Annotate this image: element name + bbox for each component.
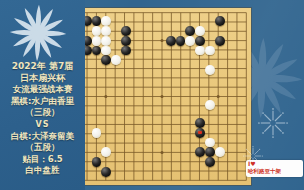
board-stones: [73, 8, 251, 185]
black-stone: [195, 128, 205, 138]
white-rank: （五段）: [0, 142, 85, 154]
komi: 贴目：6.5: [0, 154, 85, 166]
black-stone: [121, 26, 131, 36]
white-stone: [185, 36, 195, 46]
event-tournament: 日本扇兴杯: [0, 73, 85, 85]
uploader-watermark: I♥ 哈利路亚十架: [246, 160, 303, 177]
white-stone: [195, 26, 205, 36]
white-stone: [101, 147, 111, 157]
black-stone: [195, 147, 205, 157]
firework-icon: [258, 108, 288, 138]
black-stone: [205, 147, 215, 157]
white-stone: [111, 55, 121, 65]
white-stone: [101, 36, 111, 46]
white-stone: [205, 46, 215, 56]
black-stone: [176, 36, 186, 46]
black-stone: [121, 46, 131, 56]
watermark-name-text: 哈利路亚十架: [246, 167, 298, 173]
black-stone: [205, 157, 215, 167]
white-stone: [101, 26, 111, 36]
last-move-marker: [198, 131, 201, 134]
white-stone: [92, 128, 102, 138]
watermark-heart-text: I♥: [246, 160, 303, 167]
black-stone: [195, 36, 205, 46]
event-text-block: 2022年 第7届 日本扇兴杯 女流最强战本赛 黑棋:水户由香里 （三段） VS…: [0, 61, 85, 177]
black-stone: [92, 46, 102, 56]
black-stone: [166, 36, 176, 46]
black-stone: [185, 26, 195, 36]
white-stone: [205, 65, 215, 75]
white-stone: [195, 46, 205, 56]
black-stone: [101, 167, 111, 177]
black-stone: [121, 36, 131, 46]
black-stone: [215, 16, 225, 26]
event-stage: 女流最强战本赛: [0, 84, 85, 96]
video-thumbnail: 2022年 第7届 日本扇兴杯 女流最强战本赛 黑棋:水户由香里 （三段） VS…: [0, 0, 304, 190]
white-stone: [92, 26, 102, 36]
white-stone: [101, 16, 111, 26]
senko-cup-flower-logo-icon: [5, 2, 71, 64]
black-stone: [101, 55, 111, 65]
white-stone: [101, 46, 111, 56]
go-board: [73, 8, 251, 185]
result: 白中盘胜: [0, 165, 85, 177]
white-player: 白棋:大泽奈留美: [0, 131, 85, 143]
white-stone: [215, 147, 225, 157]
black-rank: （三段）: [0, 107, 85, 119]
black-stone: [92, 157, 102, 167]
event-info-panel: 2022年 第7届 日本扇兴杯 女流最强战本赛 黑棋:水户由香里 （三段） VS…: [0, 0, 85, 190]
event-year: 2022年 第7届: [0, 61, 85, 73]
white-stone: [205, 100, 215, 110]
white-stone: [92, 36, 102, 46]
black-stone: [92, 16, 102, 26]
black-stone: [215, 36, 225, 46]
white-stone: [205, 138, 215, 148]
black-player: 黑棋:水户由香里: [0, 96, 85, 108]
black-stone: [195, 118, 205, 128]
vs-label: VS: [0, 119, 85, 131]
